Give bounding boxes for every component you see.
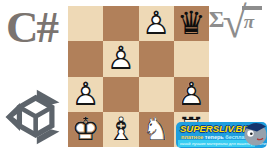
white-pawn-piece: ♟♙ [103,41,138,76]
unity-logo-icon [5,88,64,146]
square-r1c4: ♛ [174,6,209,41]
watermark-banner: SUPERSLIV.BIZ платное теперь бесплатно к… [176,122,267,148]
square-r4c3: ♞♘ [139,112,174,147]
square-r2c4 [174,41,209,76]
white-knight-piece: ♞♘ [139,112,174,147]
square-r1c2 [103,6,138,41]
square-r4c1: ♚♔ [68,112,103,147]
black-queen-piece: ♛ [174,6,209,41]
white-bishop-piece: ♝♗ [103,112,138,147]
white-pawn-piece: ♟♙ [139,6,174,41]
square-root-icon: √ π [222,4,262,42]
square-r2c1 [68,41,103,76]
square-r2c2: ♟♙ [103,41,138,76]
white-pawn-piece: ♟♙ [174,77,209,112]
math-formula-icon: Σ √ π [209,4,262,42]
square-r4c2: ♝♗ [103,112,138,147]
square-r1c1 [68,6,103,41]
square-r3c3 [139,77,174,112]
square-r3c2 [103,77,138,112]
square-r3c1: ♟♙ [68,77,103,112]
square-r3c4: ♟♙ [174,77,209,112]
video-thumbnail: C# Σ √ π ♟♙♛♟♙♟♙♟♙♚♔♝♗♞♘♜♖ SUPERSLIV.BIZ… [0,0,267,150]
white-king-piece: ♚♔ [68,112,103,147]
csharp-logo: C# [6,5,57,50]
square-r1c3: ♟♙ [139,6,174,41]
watermark-title: SUPERSLIV.BIZ [180,123,251,134]
square-r2c3 [139,41,174,76]
mascot-icon [242,119,267,148]
white-pawn-piece: ♟♙ [68,77,103,112]
